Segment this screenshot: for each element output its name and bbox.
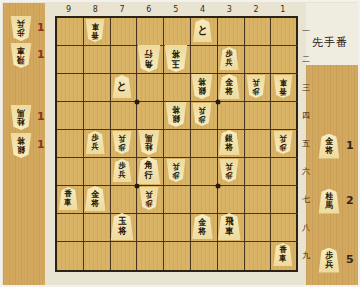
piece-kanji: と	[117, 81, 127, 92]
piece-kanji: 香	[92, 31, 99, 39]
piece-kanji: 銀	[172, 115, 180, 124]
board-square[interactable]	[84, 214, 111, 242]
piece-kanji: 兵	[279, 134, 286, 142]
board-square[interactable]	[271, 46, 298, 74]
board-square[interactable]	[84, 46, 111, 74]
piece-kanji: 香	[279, 87, 286, 95]
board-square[interactable]	[245, 214, 272, 242]
board-square[interactable]	[111, 242, 138, 270]
board-square[interactable]	[245, 46, 272, 74]
board-square[interactable]	[84, 242, 111, 270]
file-label: 6	[135, 5, 162, 14]
gote-hand-count: 1	[37, 110, 45, 123]
shogi-diagram: 先手番 987654321一二三四五六七八九香車と角行玉将歩兵と銀将金将歩兵香車…	[0, 0, 360, 287]
board-square[interactable]	[57, 214, 84, 242]
piece-kanji: 車	[65, 199, 72, 207]
piece-kanji: 馬	[325, 201, 333, 210]
piece-kanji: 歩	[252, 87, 259, 95]
piece-kanji: 馬	[17, 108, 25, 117]
piece-kanji: 角	[145, 59, 153, 68]
board-square[interactable]	[164, 18, 191, 46]
piece-kanji: 車	[225, 227, 233, 236]
board-square[interactable]	[111, 102, 138, 130]
board-square[interactable]	[164, 214, 191, 242]
board-square[interactable]	[57, 242, 84, 270]
piece-kanji: と	[197, 25, 207, 36]
board-square[interactable]	[84, 102, 111, 130]
hoshi-point	[135, 100, 140, 105]
piece-kanji: 兵	[226, 59, 233, 67]
board-square[interactable]	[57, 130, 84, 158]
board-square[interactable]	[84, 74, 111, 102]
gote-hand-count: 1	[37, 138, 45, 151]
board-square[interactable]	[191, 158, 218, 186]
piece-kanji: 将	[118, 227, 126, 236]
piece-kanji: 行	[145, 49, 153, 58]
piece-kanji: 車	[17, 46, 25, 55]
rank-label: 六	[300, 166, 312, 177]
piece-kanji: 兵	[199, 106, 206, 114]
board-square[interactable]	[191, 130, 218, 158]
board-square[interactable]	[137, 74, 164, 102]
piece-kanji: 兵	[92, 143, 99, 151]
file-label: 1	[269, 5, 296, 14]
piece-kanji: 玉	[171, 59, 179, 68]
piece-kanji: 車	[279, 78, 286, 86]
board-square[interactable]	[164, 74, 191, 102]
board-square[interactable]	[164, 130, 191, 158]
piece-kanji: 兵	[172, 162, 179, 170]
board-square[interactable]	[191, 46, 218, 74]
piece-kanji: 兵	[145, 190, 152, 198]
piece-kanji: 将	[172, 106, 180, 115]
piece-kanji: 銀	[198, 87, 206, 96]
board-square[interactable]	[245, 102, 272, 130]
piece-kanji: 将	[225, 87, 233, 96]
board-square[interactable]	[271, 18, 298, 46]
board-square[interactable]	[57, 158, 84, 186]
turn-label: 先手番	[312, 35, 348, 50]
piece-kanji: 歩	[226, 171, 233, 179]
file-label: 8	[82, 5, 109, 14]
board-square[interactable]	[137, 242, 164, 270]
board-square[interactable]	[137, 102, 164, 130]
board-square[interactable]	[191, 242, 218, 270]
board-square[interactable]	[84, 158, 111, 186]
piece-kanji: 将	[91, 199, 99, 208]
board-square[interactable]	[271, 158, 298, 186]
board-square[interactable]	[111, 46, 138, 74]
piece-kanji: 歩	[118, 143, 125, 151]
piece-kanji: 行	[145, 171, 153, 180]
turn-indicator-box: 先手番	[306, 3, 360, 65]
rank-label: 三	[300, 82, 312, 93]
file-label: 2	[243, 5, 270, 14]
file-label: 9	[55, 5, 82, 14]
board-square[interactable]	[218, 18, 245, 46]
piece-kanji: 車	[279, 255, 286, 263]
board-square[interactable]	[57, 18, 84, 46]
piece-kanji: 兵	[118, 134, 125, 142]
rank-label: 九	[300, 250, 312, 261]
board-square[interactable]	[245, 130, 272, 158]
sente-hand-count: 2	[346, 194, 354, 207]
file-label: 3	[216, 5, 243, 14]
gote-hand-count: 1	[37, 21, 45, 34]
gote-hand-count: 1	[37, 48, 45, 61]
hoshi-point	[215, 184, 220, 189]
rank-label: 四	[300, 110, 312, 121]
piece-kanji: 歩	[172, 171, 179, 179]
file-label: 5	[162, 5, 189, 14]
piece-kanji: 兵	[325, 260, 333, 269]
piece-kanji: 兵	[226, 162, 233, 170]
piece-kanji: 歩	[199, 115, 206, 123]
board-square[interactable]	[111, 186, 138, 214]
board-square[interactable]	[164, 242, 191, 270]
rank-label: 一	[300, 26, 312, 37]
rank-label: 二	[300, 54, 312, 65]
board-square[interactable]	[57, 74, 84, 102]
board-square[interactable]	[245, 186, 272, 214]
board-square[interactable]	[137, 18, 164, 46]
board-square[interactable]	[57, 102, 84, 130]
file-label: 7	[109, 5, 136, 14]
piece-kanji: 歩	[279, 143, 286, 151]
piece-kanji: 桂	[145, 143, 153, 152]
board-square[interactable]	[271, 186, 298, 214]
piece-kanji: 将	[17, 136, 25, 145]
piece-kanji: 歩	[145, 199, 152, 207]
board-square[interactable]	[245, 242, 272, 270]
board-square[interactable]	[245, 18, 272, 46]
piece-kanji: 将	[225, 143, 233, 152]
hoshi-point	[215, 100, 220, 105]
board-square[interactable]	[218, 186, 245, 214]
piece-kanji: 将	[198, 78, 206, 87]
piece-kanji: 兵	[118, 171, 125, 179]
board-square[interactable]	[218, 102, 245, 130]
board-square[interactable]	[57, 46, 84, 74]
sente-hand-count: 5	[346, 253, 354, 266]
piece-kanji: 将	[198, 227, 206, 236]
board-square[interactable]	[271, 214, 298, 242]
piece-kanji: 兵	[252, 78, 259, 86]
board-square[interactable]	[271, 102, 298, 130]
piece-kanji: 馬	[145, 134, 153, 143]
board-square[interactable]	[137, 214, 164, 242]
rank-label: 七	[300, 194, 312, 205]
board-square[interactable]	[164, 186, 191, 214]
board-square[interactable]	[218, 242, 245, 270]
file-label: 4	[189, 5, 216, 14]
piece-kanji: 車	[92, 22, 99, 30]
rank-label: 五	[300, 138, 312, 149]
piece-kanji: 将	[325, 146, 333, 155]
board-square[interactable]	[111, 18, 138, 46]
hoshi-point	[135, 184, 140, 189]
piece-kanji: 将	[171, 49, 179, 58]
board-square[interactable]	[191, 186, 218, 214]
piece-kanji: 兵	[17, 19, 25, 28]
sente-hand-count: 1	[346, 139, 354, 152]
board-square[interactable]	[245, 158, 272, 186]
rank-label: 八	[300, 222, 312, 233]
